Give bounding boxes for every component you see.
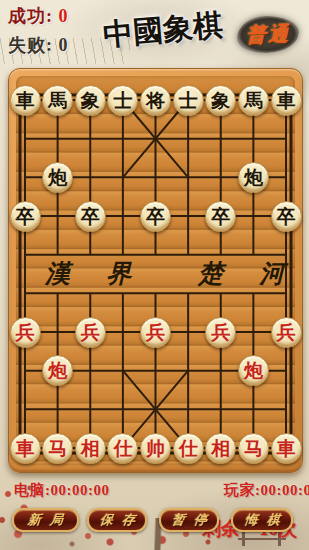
piece-black[interactable]: 炮 (238, 162, 269, 193)
piece-red[interactable]: 兵 (271, 317, 302, 348)
piece-red[interactable]: 仕 (173, 433, 204, 464)
xiangqi-board[interactable]: 漢 界 楚 河 車馬象士将士象馬車炮炮卒卒卒卒卒兵兵兵兵兵炮炮車马相仕帅仕相马車 (8, 68, 303, 473)
piece-red[interactable]: 相 (205, 433, 236, 464)
piece-black[interactable]: 卒 (140, 201, 171, 232)
new-game-button[interactable]: 新局 (12, 508, 79, 532)
piece-black[interactable]: 卒 (271, 201, 302, 232)
computer-timer: 电脑:00:00:00 (14, 481, 110, 500)
success-counter: 成功: 0 (8, 4, 69, 28)
success-value: 0 (59, 6, 69, 26)
pause-button[interactable]: 暂停 (159, 508, 219, 532)
piece-red[interactable]: 車 (271, 433, 302, 464)
piece-black[interactable]: 士 (107, 85, 138, 116)
save-button[interactable]: 保存 (87, 508, 147, 532)
undo-button[interactable]: 悔棋 (231, 508, 293, 532)
piece-red[interactable]: 炮 (42, 355, 73, 386)
new-game-label: 新局 (18, 511, 73, 529)
fail-counter: 失败: 0 (8, 33, 69, 57)
piece-black[interactable]: 馬 (42, 85, 73, 116)
piece-red[interactable]: 兵 (10, 317, 41, 348)
undo-label: 悔棋 (235, 511, 290, 529)
piece-black[interactable]: 卒 (205, 201, 236, 232)
piece-red[interactable]: 兵 (140, 317, 171, 348)
difficulty-badge[interactable]: 普通 (236, 15, 299, 54)
piece-red[interactable]: 马 (238, 433, 269, 464)
save-label: 保存 (90, 511, 145, 529)
difficulty-label: 普通 (246, 20, 291, 49)
piece-black[interactable]: 炮 (42, 162, 73, 193)
pieces-layer: 車馬象士将士象馬車炮炮卒卒卒卒卒兵兵兵兵兵炮炮車马相仕帅仕相马車 (9, 69, 302, 472)
piece-red[interactable]: 马 (42, 433, 73, 464)
piece-black[interactable]: 卒 (10, 201, 41, 232)
piece-black[interactable]: 象 (205, 85, 236, 116)
piece-black[interactable]: 卒 (75, 201, 106, 232)
piece-black[interactable]: 将 (140, 85, 171, 116)
piece-black[interactable]: 馬 (238, 85, 269, 116)
piece-red[interactable]: 兵 (205, 317, 236, 348)
piece-red[interactable]: 相 (75, 433, 106, 464)
fail-label: 失败: (8, 35, 53, 55)
fail-value: 0 (59, 35, 69, 55)
piece-red[interactable]: 車 (10, 433, 41, 464)
pause-label: 暂停 (162, 511, 217, 529)
player-timer: 玩家:00:00:08 (224, 481, 309, 500)
page-title: 中國象棋 (86, 4, 239, 58)
piece-black[interactable]: 象 (75, 85, 106, 116)
piece-red[interactable]: 仕 (107, 433, 138, 464)
success-label: 成功: (8, 6, 53, 26)
piece-red[interactable]: 兵 (75, 317, 106, 348)
piece-black[interactable]: 士 (173, 85, 204, 116)
app-screen: 成功: 0 失败: 0 中國象棋 普通 漢 界 楚 河 車馬象士将士象馬車炮炮卒… (0, 0, 309, 550)
piece-red[interactable]: 帅 (140, 433, 171, 464)
piece-red[interactable]: 炮 (238, 355, 269, 386)
piece-black[interactable]: 車 (271, 85, 302, 116)
piece-black[interactable]: 車 (10, 85, 41, 116)
